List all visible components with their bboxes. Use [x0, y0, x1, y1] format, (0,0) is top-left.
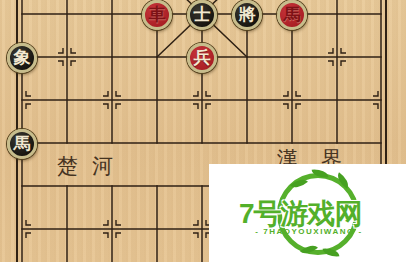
watermark-subtitle: - 7HAOYOUXIWANG -	[247, 227, 371, 236]
red-chariot[interactable]: 車	[142, 0, 172, 30]
red-horse-glyph: 馬	[284, 6, 301, 23]
black-elephant-glyph: 象	[14, 49, 31, 66]
black-horse-glyph: 馬	[14, 135, 31, 152]
black-horse[interactable]: 馬	[7, 129, 37, 159]
red-horse[interactable]: 馬	[277, 0, 307, 30]
red-soldier[interactable]: 兵	[187, 43, 217, 73]
xiangqi-board-screenshot: 楚河 漢界 車士將馬象兵馬 7号游戏网 - 7HAOYOUXIWANG -	[0, 0, 406, 262]
black-general[interactable]: 將	[232, 0, 262, 30]
black-advisor-glyph: 士	[194, 6, 211, 23]
red-soldier-glyph: 兵	[194, 49, 211, 66]
black-elephant[interactable]: 象	[7, 43, 37, 73]
red-chariot-glyph: 車	[149, 6, 166, 23]
watermark-panel: 7号游戏网 - 7HAOYOUXIWANG -	[209, 164, 406, 262]
river-label-chu-he: 楚河	[57, 156, 127, 177]
black-general-glyph: 將	[239, 6, 256, 23]
black-advisor[interactable]: 士	[187, 0, 217, 30]
